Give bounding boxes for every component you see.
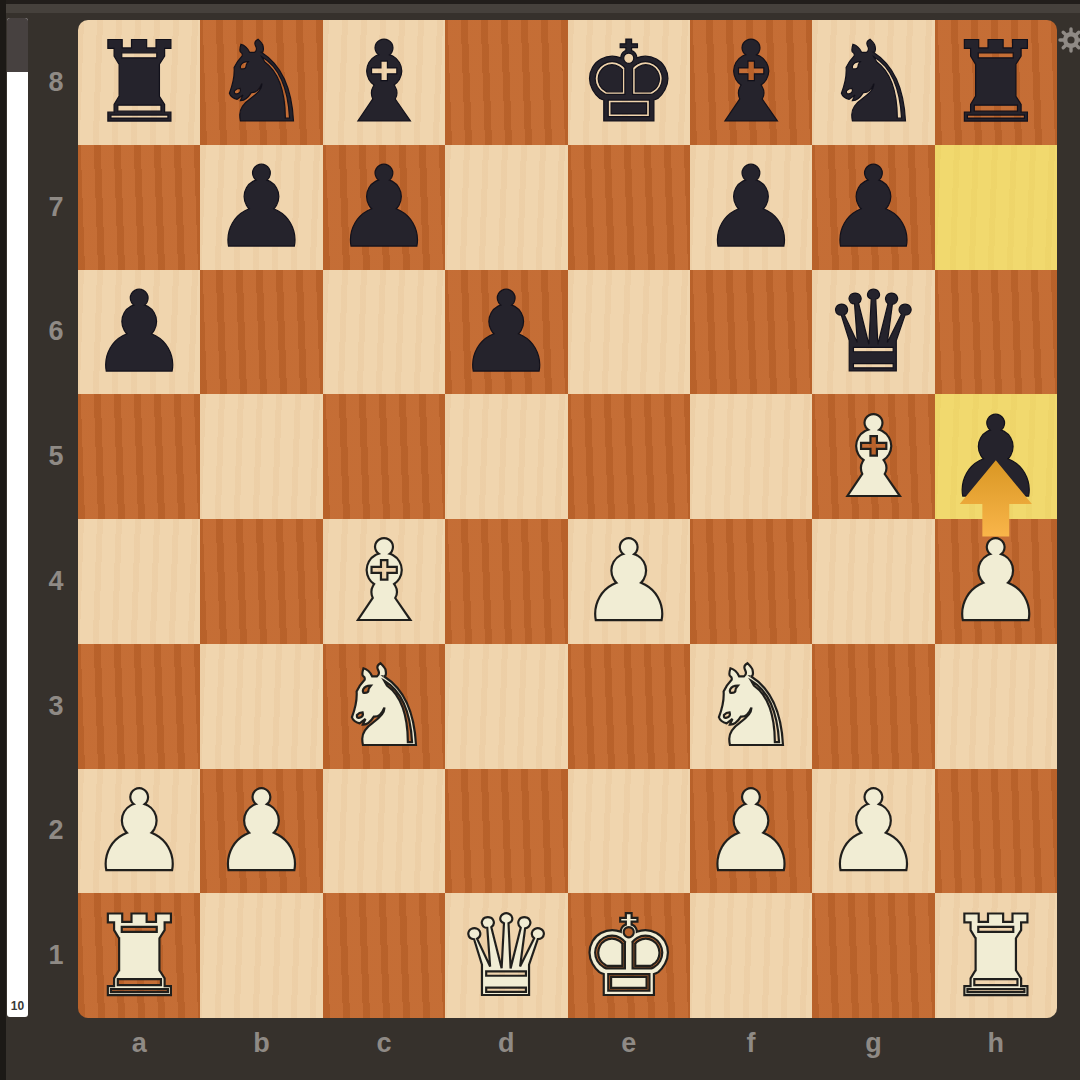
white-rook[interactable]: ♜ (946, 894, 1046, 1018)
square-g7[interactable]: ♟ (812, 145, 934, 270)
square-d3[interactable] (445, 644, 567, 769)
square-d7[interactable] (445, 145, 567, 270)
square-e2[interactable] (568, 769, 690, 894)
square-h1[interactable]: ♜ (935, 893, 1057, 1018)
white-king[interactable]: ♚ (578, 894, 678, 1018)
square-g3[interactable] (812, 644, 934, 769)
black-bishop[interactable]: ♝ (701, 20, 801, 144)
square-b5[interactable] (200, 394, 322, 519)
black-pawn[interactable]: ♟ (701, 145, 801, 269)
square-e3[interactable] (568, 644, 690, 769)
white-pawn[interactable]: ♟ (89, 769, 189, 893)
gear-icon (1058, 27, 1080, 53)
file-label-d: d (445, 1021, 567, 1065)
square-c3[interactable]: ♞ (323, 644, 445, 769)
square-b6[interactable] (200, 270, 322, 395)
evaluation-bar: 10 (7, 18, 28, 1017)
square-b4[interactable] (200, 519, 322, 644)
black-rook[interactable]: ♜ (946, 20, 1046, 144)
white-bishop[interactable]: ♝ (334, 519, 434, 643)
settings-button[interactable] (1058, 27, 1080, 53)
square-b7[interactable]: ♟ (200, 145, 322, 270)
window-top-strip (0, 4, 1080, 13)
square-b8[interactable]: ♞ (200, 20, 322, 145)
file-label-g: g (812, 1021, 934, 1065)
file-label-a: a (78, 1021, 200, 1065)
rank-label-4: 4 (36, 519, 76, 644)
rank-label-2: 2 (36, 769, 76, 894)
square-e5[interactable] (568, 394, 690, 519)
black-queen[interactable]: ♛ (823, 270, 923, 394)
square-c8[interactable]: ♝ (323, 20, 445, 145)
rank-label-6: 6 (36, 270, 76, 395)
square-g4[interactable] (812, 519, 934, 644)
file-label-f: f (690, 1021, 812, 1065)
square-d1[interactable]: ♛ (445, 893, 567, 1018)
black-pawn[interactable]: ♟ (334, 145, 434, 269)
file-label-c: c (323, 1021, 445, 1065)
square-h4[interactable]: ♟ (935, 519, 1057, 644)
rank-label-5: 5 (36, 394, 76, 519)
black-king[interactable]: ♚ (578, 20, 678, 144)
white-pawn[interactable]: ♟ (578, 519, 678, 643)
square-b1[interactable] (200, 893, 322, 1018)
white-queen[interactable]: ♛ (456, 894, 556, 1018)
black-bishop[interactable]: ♝ (334, 20, 434, 144)
black-rook[interactable]: ♜ (89, 20, 189, 144)
square-d6[interactable]: ♟ (445, 270, 567, 395)
square-f6[interactable] (690, 270, 812, 395)
black-pawn[interactable]: ♟ (89, 270, 189, 394)
square-f5[interactable] (690, 394, 812, 519)
white-rook[interactable]: ♜ (89, 894, 189, 1018)
square-g5[interactable]: ♝ (812, 394, 934, 519)
square-d8[interactable] (445, 20, 567, 145)
square-a4[interactable] (78, 519, 200, 644)
file-label-h: h (935, 1021, 1057, 1065)
square-a7[interactable] (78, 145, 200, 270)
square-h2[interactable] (935, 769, 1057, 894)
square-g1[interactable] (812, 893, 934, 1018)
square-e8[interactable]: ♚ (568, 20, 690, 145)
black-knight[interactable]: ♞ (823, 20, 923, 144)
rank-label-3: 3 (36, 644, 76, 769)
square-a3[interactable] (78, 644, 200, 769)
square-d4[interactable] (445, 519, 567, 644)
square-f7[interactable]: ♟ (690, 145, 812, 270)
square-f4[interactable] (690, 519, 812, 644)
square-c1[interactable] (323, 893, 445, 1018)
square-f1[interactable] (690, 893, 812, 1018)
white-knight[interactable]: ♞ (701, 644, 801, 768)
file-label-e: e (568, 1021, 690, 1065)
square-f8[interactable]: ♝ (690, 20, 812, 145)
square-a8[interactable]: ♜ (78, 20, 200, 145)
square-a1[interactable]: ♜ (78, 893, 200, 1018)
chess-board: ♜♞♝♚♝♞♜♟♟♟♟♟♟♛♝♟♝♟♟♞♞♟♟♟♟♜♛♚♜ (78, 20, 1057, 1018)
black-pawn[interactable]: ♟ (456, 270, 556, 394)
square-c2[interactable] (323, 769, 445, 894)
square-e1[interactable]: ♚ (568, 893, 690, 1018)
white-pawn[interactable]: ♟ (211, 769, 311, 893)
square-c6[interactable] (323, 270, 445, 395)
square-h5[interactable]: ♟ (935, 394, 1057, 519)
square-c5[interactable] (323, 394, 445, 519)
rank-label-7: 7 (36, 145, 76, 270)
square-g2[interactable]: ♟ (812, 769, 934, 894)
black-pawn[interactable]: ♟ (211, 145, 311, 269)
square-f2[interactable]: ♟ (690, 769, 812, 894)
square-h8[interactable]: ♜ (935, 20, 1057, 145)
square-a6[interactable]: ♟ (78, 270, 200, 395)
square-f3[interactable]: ♞ (690, 644, 812, 769)
black-pawn[interactable]: ♟ (946, 395, 1046, 519)
square-g6[interactable]: ♛ (812, 270, 934, 395)
square-h6[interactable] (935, 270, 1057, 395)
evaluation-score: 10 (7, 999, 28, 1013)
square-e6[interactable] (568, 270, 690, 395)
square-g8[interactable]: ♞ (812, 20, 934, 145)
left-edge-strip (0, 0, 6, 1080)
square-h7[interactable] (935, 145, 1057, 270)
square-a5[interactable] (78, 394, 200, 519)
square-d5[interactable] (445, 394, 567, 519)
rank-label-1: 1 (36, 893, 76, 1018)
black-pawn[interactable]: ♟ (823, 145, 923, 269)
white-pawn[interactable]: ♟ (701, 769, 801, 893)
square-b3[interactable] (200, 644, 322, 769)
square-a2[interactable]: ♟ (78, 769, 200, 894)
square-d2[interactable] (445, 769, 567, 894)
square-c4[interactable]: ♝ (323, 519, 445, 644)
rank-label-8: 8 (36, 20, 76, 145)
black-knight[interactable]: ♞ (211, 20, 311, 144)
white-knight[interactable]: ♞ (334, 644, 434, 768)
square-b2[interactable]: ♟ (200, 769, 322, 894)
file-label-b: b (200, 1021, 322, 1065)
white-bishop[interactable]: ♝ (823, 395, 923, 519)
white-pawn[interactable]: ♟ (946, 519, 1046, 643)
square-e7[interactable] (568, 145, 690, 270)
square-e4[interactable]: ♟ (568, 519, 690, 644)
evaluation-bar-black-portion (7, 18, 28, 72)
square-h3[interactable] (935, 644, 1057, 769)
white-pawn[interactable]: ♟ (823, 769, 923, 893)
square-c7[interactable]: ♟ (323, 145, 445, 270)
